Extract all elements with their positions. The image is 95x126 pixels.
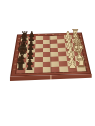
coord-label: 4 [54, 72, 56, 74]
coord-label: 2 [71, 71, 73, 73]
coord-label: f [15, 59, 16, 61]
square-h1 [76, 66, 86, 72]
coord-label: g [84, 62, 86, 64]
coord-label: 6 [37, 73, 39, 75]
square-h5 [42, 67, 51, 73]
square-h6 [34, 67, 43, 73]
coord-label: c [17, 46, 19, 47]
chess-board: 87654321 87654321 abcdefgh abcdefgh [10, 32, 91, 76]
coord-label: h [86, 67, 88, 69]
coord-label: e [16, 55, 18, 57]
coord-label: f [84, 57, 85, 59]
coord-label: 1 [80, 71, 82, 73]
chess-set-photo: 87654321 87654321 abcdefgh abcdefgh ♜♟♟♜… [0, 0, 95, 126]
coord-label: b [18, 42, 20, 43]
coord-label: a [79, 36, 81, 37]
coord-label: 5 [45, 72, 47, 74]
coord-label: e [82, 52, 84, 54]
coord-label: d [16, 50, 18, 52]
coord-label: 3 [63, 72, 65, 74]
coord-label: 7 [28, 73, 30, 75]
coord-label: a [18, 38, 20, 39]
board-grid [16, 35, 86, 73]
square-h7 [25, 67, 34, 73]
coord-label: b [80, 40, 82, 41]
coord-label: 8 [19, 73, 21, 75]
coord-label: d [82, 48, 84, 49]
coord-label: c [81, 44, 83, 45]
coord-label: g [14, 64, 16, 66]
coord-label: h [13, 69, 15, 71]
